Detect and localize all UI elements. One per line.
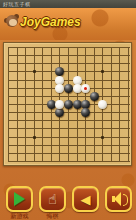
star-point bbox=[33, 136, 36, 139]
play-icon bbox=[14, 192, 25, 206]
black-stone bbox=[64, 100, 73, 109]
status-title: 好玩五子棋 bbox=[3, 1, 31, 7]
new-game-label: 新游戏 bbox=[3, 213, 36, 220]
undo-label: 悔棋 bbox=[36, 213, 69, 220]
hand-pointer-icon: ☝ bbox=[48, 192, 57, 206]
monkey-mascot-icon bbox=[4, 14, 19, 29]
left-arrow-icon: ◀ bbox=[81, 193, 91, 206]
speaker-icon bbox=[110, 191, 128, 207]
star-point bbox=[101, 136, 104, 139]
phone-screen: 好玩五子棋 JoyGames ☝ ◀ 新游戏 悔棋 bbox=[0, 0, 136, 220]
sound-button[interactable] bbox=[105, 186, 132, 212]
white-stone bbox=[81, 84, 90, 93]
status-bar: 好玩五子棋 bbox=[0, 0, 136, 8]
board[interactable] bbox=[3, 42, 132, 166]
back-button[interactable]: ◀ bbox=[72, 186, 99, 212]
header-banner: JoyGames bbox=[0, 8, 136, 40]
new-game-button[interactable] bbox=[6, 186, 33, 212]
black-stone bbox=[64, 84, 73, 93]
last-move-marker bbox=[84, 87, 87, 90]
undo-button[interactable]: ☝ bbox=[39, 186, 66, 212]
brand-name: JoyGames bbox=[20, 15, 81, 29]
black-stone bbox=[90, 92, 99, 101]
brand-logo: JoyGames bbox=[4, 14, 81, 29]
